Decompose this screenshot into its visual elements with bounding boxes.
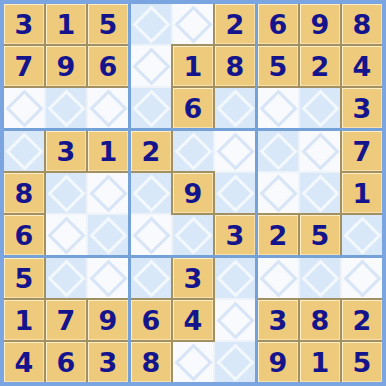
empty-cell-diamond-icon <box>301 259 339 297</box>
cell-r8c1: 1 <box>4 300 44 340</box>
sudoku-board: 3152698796185246331278916325531796438246… <box>0 0 386 386</box>
empty-cell-diamond-icon <box>301 174 339 212</box>
cell-r9c5[interactable] <box>173 342 213 382</box>
empty-cell-diamond-icon <box>174 132 212 170</box>
empty-cell-diamond-icon <box>47 216 85 254</box>
cell-r2c6: 8 <box>215 46 255 86</box>
cell-r6c6: 3 <box>215 215 255 255</box>
empty-cell-diamond-icon <box>132 5 170 43</box>
cell-r6c2[interactable] <box>46 215 86 255</box>
cell-r2c4[interactable] <box>131 46 171 86</box>
cell-r2c9: 4 <box>342 46 382 86</box>
cell-r3c4[interactable] <box>131 88 171 128</box>
cell-r8c8: 8 <box>300 300 340 340</box>
cell-r5c9: 1 <box>342 173 382 213</box>
cell-r3c7[interactable] <box>258 88 298 128</box>
empty-cell-diamond-icon <box>89 174 127 212</box>
cell-r6c1: 6 <box>4 215 44 255</box>
empty-cell-diamond-icon <box>174 343 212 381</box>
cell-r2c3: 6 <box>88 46 128 86</box>
cell-r1c4[interactable] <box>131 4 171 44</box>
cell-r4c3: 1 <box>88 131 128 171</box>
cell-r4c5[interactable] <box>173 131 213 171</box>
cell-r3c9: 3 <box>342 88 382 128</box>
cell-r9c8: 1 <box>300 342 340 382</box>
cell-r4c7[interactable] <box>258 131 298 171</box>
cell-r2c5: 1 <box>173 46 213 86</box>
cell-r4c4: 2 <box>131 131 171 171</box>
cell-r7c7[interactable] <box>258 258 298 298</box>
cell-r1c7: 6 <box>258 4 298 44</box>
cell-r1c8: 9 <box>300 4 340 44</box>
cell-r6c9[interactable] <box>342 215 382 255</box>
cell-r5c2[interactable] <box>46 173 86 213</box>
cell-r3c5: 6 <box>173 88 213 128</box>
empty-cell-diamond-icon <box>47 259 85 297</box>
empty-cell-diamond-icon <box>47 89 85 127</box>
cell-r1c6: 2 <box>215 4 255 44</box>
empty-cell-diamond-icon <box>259 174 297 212</box>
cell-r9c7: 9 <box>258 342 298 382</box>
empty-cell-diamond-icon <box>216 89 254 127</box>
cell-r9c3: 3 <box>88 342 128 382</box>
cell-r6c8: 5 <box>300 215 340 255</box>
cell-r4c6[interactable] <box>215 131 255 171</box>
cell-r5c1: 8 <box>4 173 44 213</box>
cell-r5c4[interactable] <box>131 173 171 213</box>
cell-r8c3: 9 <box>88 300 128 340</box>
empty-cell-diamond-icon <box>216 132 254 170</box>
empty-cell-diamond-icon <box>216 301 254 339</box>
cell-r5c6[interactable] <box>215 173 255 213</box>
cell-r2c1: 7 <box>4 46 44 86</box>
empty-cell-diamond-icon <box>47 174 85 212</box>
empty-cell-diamond-icon <box>301 89 339 127</box>
cell-r1c1: 3 <box>4 4 44 44</box>
cell-r5c5: 9 <box>173 173 213 213</box>
cell-r9c1: 4 <box>4 342 44 382</box>
cell-r9c6[interactable] <box>215 342 255 382</box>
cell-r5c8[interactable] <box>300 173 340 213</box>
cell-r2c2: 9 <box>46 46 86 86</box>
empty-cell-diamond-icon <box>132 174 170 212</box>
cell-r7c6[interactable] <box>215 258 255 298</box>
cell-r7c4[interactable] <box>131 258 171 298</box>
cell-r2c8: 2 <box>300 46 340 86</box>
cell-r1c3: 5 <box>88 4 128 44</box>
empty-cell-diamond-icon <box>216 343 254 381</box>
cell-r3c1[interactable] <box>4 88 44 128</box>
empty-cell-diamond-icon <box>174 216 212 254</box>
empty-cell-diamond-icon <box>5 132 43 170</box>
empty-cell-diamond-icon <box>132 216 170 254</box>
cell-r4c2: 3 <box>46 131 86 171</box>
cell-r8c7: 3 <box>258 300 298 340</box>
empty-cell-diamond-icon <box>89 259 127 297</box>
empty-cell-diamond-icon <box>259 259 297 297</box>
cell-r6c4[interactable] <box>131 215 171 255</box>
empty-cell-diamond-icon <box>216 259 254 297</box>
cell-r1c5[interactable] <box>173 4 213 44</box>
cell-r8c5: 4 <box>173 300 213 340</box>
empty-cell-diamond-icon <box>132 47 170 85</box>
cell-r5c3[interactable] <box>88 173 128 213</box>
empty-cell-diamond-icon <box>301 132 339 170</box>
cell-r8c2: 7 <box>46 300 86 340</box>
cell-r1c2: 1 <box>46 4 86 44</box>
cell-r7c3[interactable] <box>88 258 128 298</box>
cell-r2c7: 5 <box>258 46 298 86</box>
empty-cell-diamond-icon <box>89 89 127 127</box>
cell-r8c9: 2 <box>342 300 382 340</box>
empty-cell-diamond-icon <box>343 216 381 254</box>
cell-r7c8[interactable] <box>300 258 340 298</box>
cell-r3c3[interactable] <box>88 88 128 128</box>
cell-r9c9: 5 <box>342 342 382 382</box>
cell-r4c9: 7 <box>342 131 382 171</box>
cell-r7c9[interactable] <box>342 258 382 298</box>
empty-cell-diamond-icon <box>174 5 212 43</box>
cell-r7c1: 5 <box>4 258 44 298</box>
cell-r1c9: 8 <box>342 4 382 44</box>
cell-r7c2[interactable] <box>46 258 86 298</box>
cell-r8c6[interactable] <box>215 300 255 340</box>
empty-cell-diamond-icon <box>259 132 297 170</box>
empty-cell-diamond-icon <box>132 259 170 297</box>
empty-cell-diamond-icon <box>89 216 127 254</box>
empty-cell-diamond-icon <box>216 174 254 212</box>
cell-r9c2: 6 <box>46 342 86 382</box>
cell-r3c8[interactable] <box>300 88 340 128</box>
cell-r6c7: 2 <box>258 215 298 255</box>
cell-r5c7[interactable] <box>258 173 298 213</box>
cell-r9c4: 8 <box>131 342 171 382</box>
cell-r6c3[interactable] <box>88 215 128 255</box>
cell-r6c5[interactable] <box>173 215 213 255</box>
cell-r8c4: 6 <box>131 300 171 340</box>
cell-r3c6[interactable] <box>215 88 255 128</box>
empty-cell-diamond-icon <box>259 89 297 127</box>
cell-r3c2[interactable] <box>46 88 86 128</box>
cell-r7c5: 3 <box>173 258 213 298</box>
cell-r4c1[interactable] <box>4 131 44 171</box>
empty-cell-diamond-icon <box>132 89 170 127</box>
empty-cell-diamond-icon <box>343 259 381 297</box>
cell-r4c8[interactable] <box>300 131 340 171</box>
empty-cell-diamond-icon <box>5 89 43 127</box>
